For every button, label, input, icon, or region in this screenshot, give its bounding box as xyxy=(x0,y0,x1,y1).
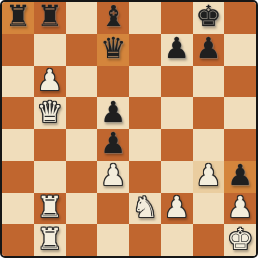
square-e5[interactable] xyxy=(129,97,161,129)
square-f4[interactable] xyxy=(161,129,193,161)
piece-black-pawn[interactable]: ♟ xyxy=(227,161,253,190)
square-f2[interactable]: ♟ xyxy=(161,193,193,225)
square-d8[interactable]: ♝ xyxy=(97,2,129,34)
square-b5[interactable]: ♛ xyxy=(34,97,66,129)
square-b7[interactable] xyxy=(34,34,66,66)
square-b3[interactable] xyxy=(34,161,66,193)
square-d7[interactable]: ♛ xyxy=(97,34,129,66)
piece-white-pawn[interactable]: ♟ xyxy=(100,161,126,190)
square-c2[interactable] xyxy=(66,193,98,225)
square-h2[interactable]: ♟ xyxy=(224,193,256,225)
square-b4[interactable] xyxy=(34,129,66,161)
square-a1[interactable] xyxy=(2,224,34,256)
piece-white-pawn[interactable]: ♟ xyxy=(164,193,190,222)
square-g8[interactable]: ♚ xyxy=(193,2,225,34)
piece-black-pawn[interactable]: ♟ xyxy=(195,34,221,63)
square-h1[interactable]: ♚ xyxy=(224,224,256,256)
square-f8[interactable] xyxy=(161,2,193,34)
square-h7[interactable] xyxy=(224,34,256,66)
square-f6[interactable] xyxy=(161,66,193,98)
square-e6[interactable] xyxy=(129,66,161,98)
square-e2[interactable]: ♞ xyxy=(129,193,161,225)
square-e1[interactable] xyxy=(129,224,161,256)
square-b1[interactable]: ♜ xyxy=(34,224,66,256)
square-c4[interactable] xyxy=(66,129,98,161)
piece-black-pawn[interactable]: ♟ xyxy=(100,129,126,158)
square-e8[interactable] xyxy=(129,2,161,34)
square-g1[interactable] xyxy=(193,224,225,256)
chess-board: ♜♜♝♚♛♟♟♟♛♟♟♟♟♟♜♞♟♟♜♚ xyxy=(0,0,258,258)
square-a7[interactable] xyxy=(2,34,34,66)
square-c5[interactable] xyxy=(66,97,98,129)
square-f5[interactable] xyxy=(161,97,193,129)
piece-white-rook[interactable]: ♜ xyxy=(37,193,63,222)
square-g7[interactable]: ♟ xyxy=(193,34,225,66)
piece-white-queen[interactable]: ♛ xyxy=(37,98,63,127)
piece-white-pawn[interactable]: ♟ xyxy=(37,66,63,95)
square-d5[interactable]: ♟ xyxy=(97,97,129,129)
piece-black-king[interactable]: ♚ xyxy=(195,2,221,31)
square-h8[interactable] xyxy=(224,2,256,34)
piece-black-rook[interactable]: ♜ xyxy=(5,2,31,31)
square-f7[interactable]: ♟ xyxy=(161,34,193,66)
square-h3[interactable]: ♟ xyxy=(224,161,256,193)
square-c6[interactable] xyxy=(66,66,98,98)
square-d3[interactable]: ♟ xyxy=(97,161,129,193)
square-b6[interactable]: ♟ xyxy=(34,66,66,98)
piece-white-rook[interactable]: ♜ xyxy=(37,225,63,254)
square-g2[interactable] xyxy=(193,193,225,225)
square-a4[interactable] xyxy=(2,129,34,161)
square-c8[interactable] xyxy=(66,2,98,34)
piece-black-pawn[interactable]: ♟ xyxy=(100,98,126,127)
square-g4[interactable] xyxy=(193,129,225,161)
square-f3[interactable] xyxy=(161,161,193,193)
piece-black-queen[interactable]: ♛ xyxy=(100,34,126,63)
square-a5[interactable] xyxy=(2,97,34,129)
square-h6[interactable] xyxy=(224,66,256,98)
square-e7[interactable] xyxy=(129,34,161,66)
piece-black-rook[interactable]: ♜ xyxy=(37,2,63,31)
square-e3[interactable] xyxy=(129,161,161,193)
square-f1[interactable] xyxy=(161,224,193,256)
square-c1[interactable] xyxy=(66,224,98,256)
square-b2[interactable]: ♜ xyxy=(34,193,66,225)
square-d6[interactable] xyxy=(97,66,129,98)
square-c3[interactable] xyxy=(66,161,98,193)
piece-white-king[interactable]: ♚ xyxy=(227,225,253,254)
square-d4[interactable]: ♟ xyxy=(97,129,129,161)
piece-white-pawn[interactable]: ♟ xyxy=(227,193,253,222)
piece-white-knight[interactable]: ♞ xyxy=(132,193,158,222)
piece-white-pawn[interactable]: ♟ xyxy=(195,161,221,190)
square-e4[interactable] xyxy=(129,129,161,161)
square-d1[interactable] xyxy=(97,224,129,256)
square-b8[interactable]: ♜ xyxy=(34,2,66,34)
square-a2[interactable] xyxy=(2,193,34,225)
square-g6[interactable] xyxy=(193,66,225,98)
square-g3[interactable]: ♟ xyxy=(193,161,225,193)
square-a6[interactable] xyxy=(2,66,34,98)
piece-black-bishop[interactable]: ♝ xyxy=(100,2,126,31)
piece-black-pawn[interactable]: ♟ xyxy=(164,34,190,63)
square-g5[interactable] xyxy=(193,97,225,129)
square-h4[interactable] xyxy=(224,129,256,161)
square-h5[interactable] xyxy=(224,97,256,129)
square-d2[interactable] xyxy=(97,193,129,225)
square-a3[interactable] xyxy=(2,161,34,193)
square-a8[interactable]: ♜ xyxy=(2,2,34,34)
square-c7[interactable] xyxy=(66,34,98,66)
